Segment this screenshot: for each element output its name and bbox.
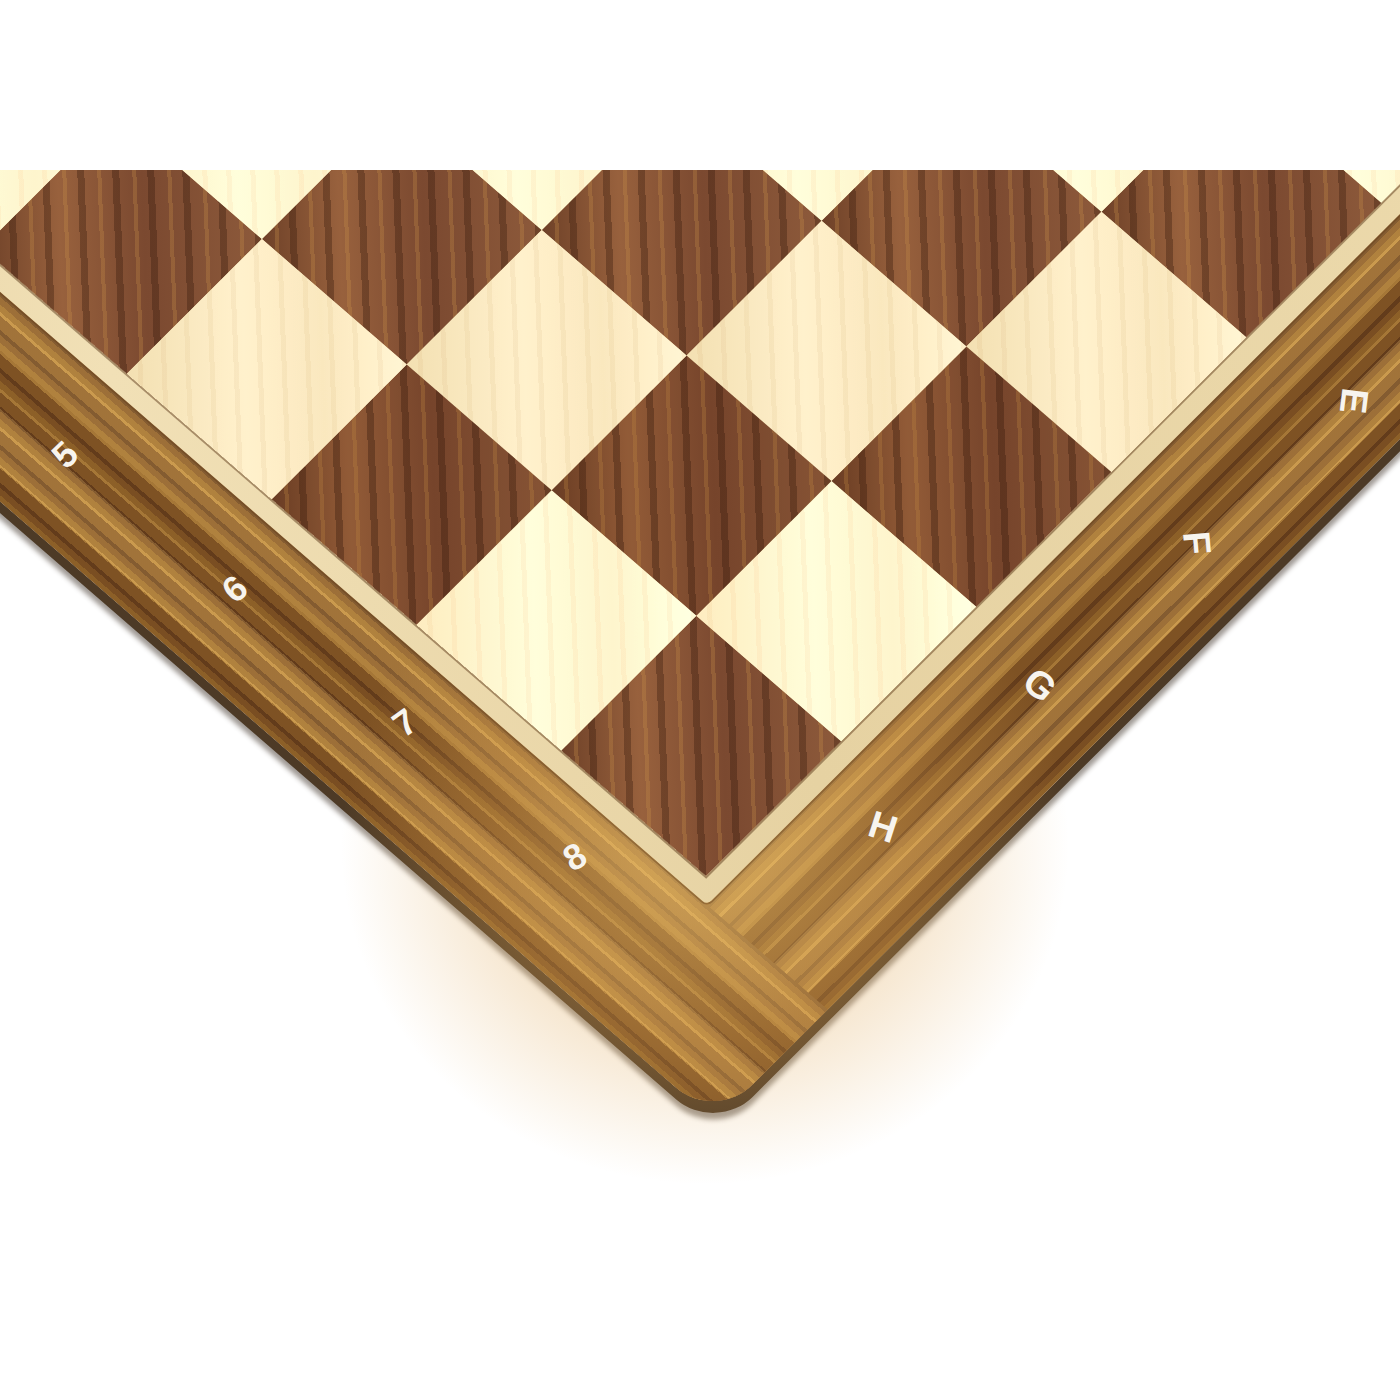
product-photo-canvas: 5 6 7 8 E F G H <box>0 0 1400 1400</box>
chessboard <box>0 170 1400 1122</box>
photo-frame: 5 6 7 8 E F G H <box>0 170 1400 1400</box>
